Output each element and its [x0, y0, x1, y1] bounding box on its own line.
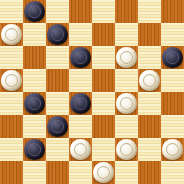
square-d7	[69, 23, 92, 46]
white-man[interactable]	[116, 139, 137, 160]
white-man[interactable]	[1, 24, 22, 45]
square-a7[interactable]	[0, 23, 23, 46]
square-d4[interactable]	[69, 92, 92, 115]
black-man[interactable]	[24, 93, 45, 114]
white-man[interactable]	[93, 162, 114, 183]
square-c1[interactable]	[46, 161, 69, 184]
square-f4[interactable]	[115, 92, 138, 115]
white-man[interactable]	[116, 93, 137, 114]
square-a1[interactable]	[0, 161, 23, 184]
square-b7	[23, 23, 46, 46]
square-h8[interactable]	[161, 0, 184, 23]
square-a5[interactable]	[0, 69, 23, 92]
black-man[interactable]	[24, 1, 45, 22]
square-b8[interactable]	[23, 0, 46, 23]
white-man[interactable]	[139, 70, 160, 91]
square-e8	[92, 0, 115, 23]
square-d6[interactable]	[69, 46, 92, 69]
black-man[interactable]	[162, 47, 183, 68]
black-man[interactable]	[70, 93, 91, 114]
square-g6	[138, 46, 161, 69]
square-b4[interactable]	[23, 92, 46, 115]
square-d3	[69, 115, 92, 138]
square-g5[interactable]	[138, 69, 161, 92]
square-f2[interactable]	[115, 138, 138, 161]
square-c2	[46, 138, 69, 161]
square-e2	[92, 138, 115, 161]
square-g3[interactable]	[138, 115, 161, 138]
square-e7[interactable]	[92, 23, 115, 46]
square-h6[interactable]	[161, 46, 184, 69]
black-man[interactable]	[47, 116, 68, 137]
square-e6	[92, 46, 115, 69]
white-man[interactable]	[162, 139, 183, 160]
square-c3[interactable]	[46, 115, 69, 138]
square-a3[interactable]	[0, 115, 23, 138]
square-e1[interactable]	[92, 161, 115, 184]
square-c7[interactable]	[46, 23, 69, 46]
square-b6[interactable]	[23, 46, 46, 69]
square-g8	[138, 0, 161, 23]
square-f6[interactable]	[115, 46, 138, 69]
checkers-board	[0, 0, 184, 184]
square-b1	[23, 161, 46, 184]
white-man[interactable]	[1, 70, 22, 91]
square-f3	[115, 115, 138, 138]
square-h1	[161, 161, 184, 184]
square-b5	[23, 69, 46, 92]
square-e4	[92, 92, 115, 115]
square-g7[interactable]	[138, 23, 161, 46]
square-f1	[115, 161, 138, 184]
square-b2[interactable]	[23, 138, 46, 161]
square-c8	[46, 0, 69, 23]
square-h3	[161, 115, 184, 138]
square-d1	[69, 161, 92, 184]
square-a2	[0, 138, 23, 161]
square-c5[interactable]	[46, 69, 69, 92]
square-g1[interactable]	[138, 161, 161, 184]
square-c6	[46, 46, 69, 69]
square-b3	[23, 115, 46, 138]
square-h2[interactable]	[161, 138, 184, 161]
square-f7	[115, 23, 138, 46]
black-man[interactable]	[70, 47, 91, 68]
square-a4	[0, 92, 23, 115]
square-d2[interactable]	[69, 138, 92, 161]
square-a8	[0, 0, 23, 23]
square-c4	[46, 92, 69, 115]
white-man[interactable]	[70, 139, 91, 160]
square-e3[interactable]	[92, 115, 115, 138]
square-h4[interactable]	[161, 92, 184, 115]
square-h7	[161, 23, 184, 46]
black-man[interactable]	[24, 139, 45, 160]
square-h5	[161, 69, 184, 92]
square-f8[interactable]	[115, 0, 138, 23]
square-a6	[0, 46, 23, 69]
square-d5	[69, 69, 92, 92]
square-g4	[138, 92, 161, 115]
black-man[interactable]	[47, 24, 68, 45]
square-e5[interactable]	[92, 69, 115, 92]
square-d8[interactable]	[69, 0, 92, 23]
square-g2	[138, 138, 161, 161]
white-man[interactable]	[116, 47, 137, 68]
square-f5	[115, 69, 138, 92]
